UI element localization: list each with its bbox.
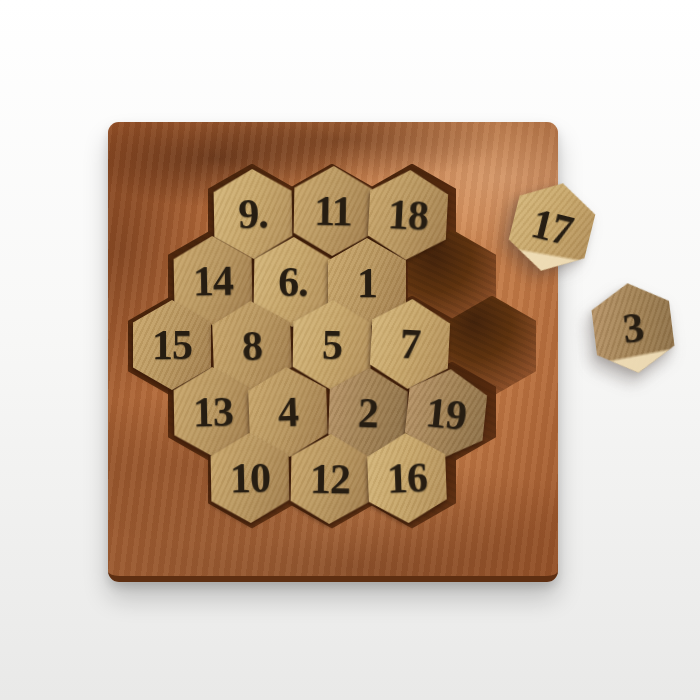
tile-face: 16: [366, 432, 447, 525]
tile-number: 11: [314, 190, 352, 233]
tile-number: 7: [399, 323, 421, 366]
tile-number: 4: [277, 391, 298, 434]
tile-number: 14: [193, 260, 234, 303]
tile-number: 6.: [278, 261, 308, 304]
tile-number: 2: [357, 392, 378, 435]
tile-face: 12: [290, 433, 370, 524]
tile-number: 3: [621, 306, 646, 350]
tile-number: 15: [152, 324, 192, 366]
tile-number: 18: [387, 193, 429, 237]
tile-16[interactable]: 16: [366, 432, 447, 525]
tile-face: 10: [210, 432, 290, 523]
tile-number: 19: [424, 391, 468, 437]
tile-number: 13: [193, 391, 234, 434]
tile-face: 3: [589, 279, 677, 378]
tile-number: 10: [230, 457, 271, 500]
tile-number: 12: [310, 458, 351, 501]
tile-number: 8: [241, 325, 262, 368]
tile-number: 16: [386, 456, 427, 499]
scene: 9.1118146.115857134219101216173: [0, 0, 700, 700]
tile-10[interactable]: 10: [210, 432, 290, 523]
tile-12[interactable]: 12: [290, 433, 370, 524]
tile-number: 17: [528, 202, 577, 252]
tile-number: 5: [322, 324, 343, 366]
tile-number: 9.: [238, 193, 268, 236]
tile-3[interactable]: 3: [589, 279, 677, 378]
